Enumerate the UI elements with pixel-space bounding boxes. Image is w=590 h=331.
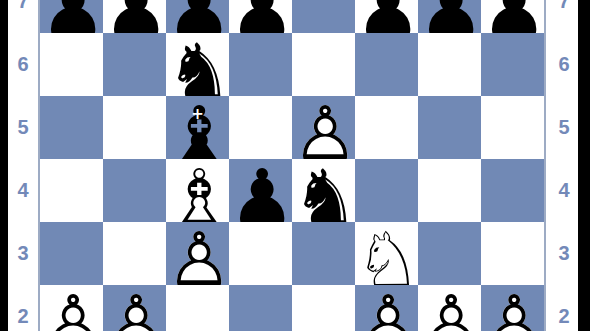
letterbox-bar-left: [0, 0, 8, 331]
black-knight-c6: ♞: [166, 33, 229, 96]
white-pawn-e5: ♟♙: [292, 96, 355, 159]
square-d5[interactable]: [229, 96, 292, 159]
rank-label-left-2: 2: [8, 285, 38, 331]
square-e5[interactable]: ♟♙: [292, 96, 355, 159]
square-a3[interactable]: [40, 222, 103, 285]
square-d2[interactable]: [229, 285, 292, 331]
square-a6[interactable]: [40, 33, 103, 96]
rank-label-left-3: 3: [8, 222, 38, 285]
square-f2[interactable]: ♟♙: [355, 285, 418, 331]
square-h3[interactable]: [481, 222, 544, 285]
rank-label-left-5: 5: [8, 96, 38, 159]
square-d4[interactable]: ♟: [229, 159, 292, 222]
white-pawn-c3: ♟♙: [166, 222, 229, 285]
square-f3[interactable]: ♞♘: [355, 222, 418, 285]
rank-label-right-7: 7: [550, 0, 578, 33]
square-g6[interactable]: [418, 33, 481, 96]
rank-label-right-6: 6: [550, 33, 578, 96]
square-g5[interactable]: [418, 96, 481, 159]
square-a5[interactable]: [40, 96, 103, 159]
square-h6[interactable]: [481, 33, 544, 96]
white-pawn-icon: ♙: [418, 285, 484, 331]
chess-diagram-area: ♟♟♟♟♟♟♟♞♝+♟♙♝♗♟♞♟♙♞♘♟♙♟♙♟♙♟♙♟♙ 765432 76…: [8, 0, 578, 331]
square-c4[interactable]: ♝♗: [166, 159, 229, 222]
white-pawn-f2: ♟♙: [355, 285, 418, 331]
square-e6[interactable]: [292, 33, 355, 96]
square-g2[interactable]: ♟♙: [418, 285, 481, 331]
square-b6[interactable]: [103, 33, 166, 96]
white-pawn-h2: ♟♙: [481, 285, 544, 331]
square-a2[interactable]: ♟♙: [40, 285, 103, 331]
square-g7[interactable]: ♟: [418, 0, 481, 33]
white-pawn-a2: ♟♙: [40, 285, 103, 331]
square-b3[interactable]: [103, 222, 166, 285]
rank-label-right-2: 2: [550, 285, 578, 331]
white-pawn-fill: ♟: [481, 285, 547, 331]
square-f4[interactable]: [355, 159, 418, 222]
square-d6[interactable]: [229, 33, 292, 96]
rank-label-left-7: 7: [8, 0, 38, 33]
white-pawn-icon: ♙: [355, 285, 421, 331]
square-c3[interactable]: ♟♙: [166, 222, 229, 285]
square-b7[interactable]: ♟: [103, 0, 166, 33]
black-pawn-h7: ♟: [481, 0, 544, 33]
square-c2[interactable]: [166, 285, 229, 331]
square-f5[interactable]: [355, 96, 418, 159]
square-b2[interactable]: ♟♙: [103, 285, 166, 331]
square-g3[interactable]: [418, 222, 481, 285]
square-g4[interactable]: [418, 159, 481, 222]
square-c7[interactable]: ♟: [166, 0, 229, 33]
square-h4[interactable]: [481, 159, 544, 222]
square-e2[interactable]: [292, 285, 355, 331]
black-pawn-g7: ♟: [418, 0, 481, 33]
square-f7[interactable]: ♟: [355, 0, 418, 33]
black-knight-e4: ♞: [292, 159, 355, 222]
rank-label-right-5: 5: [550, 96, 578, 159]
square-h7[interactable]: ♟: [481, 0, 544, 33]
square-h2[interactable]: ♟♙: [481, 285, 544, 331]
square-a7[interactable]: ♟: [40, 0, 103, 33]
rank-label-right-4: 4: [550, 159, 578, 222]
square-d7[interactable]: ♟: [229, 0, 292, 33]
white-knight-f3: ♞♘: [355, 222, 418, 285]
square-e4[interactable]: ♞: [292, 159, 355, 222]
chess-board: ♟♟♟♟♟♟♟♞♝+♟♙♝♗♟♞♟♙♞♘♟♙♟♙♟♙♟♙♟♙: [38, 0, 546, 331]
white-pawn-fill: ♟: [418, 285, 484, 331]
black-pawn-d4: ♟: [229, 159, 292, 222]
square-c5[interactable]: ♝+: [166, 96, 229, 159]
bishop-mitre-cross: +: [166, 107, 229, 122]
square-e3[interactable]: [292, 222, 355, 285]
white-bishop-c4: ♝♗: [166, 159, 229, 222]
white-pawn-g2: ♟♙: [418, 285, 481, 331]
square-f6[interactable]: [355, 33, 418, 96]
black-bishop-c5: ♝+: [166, 96, 229, 159]
black-pawn-d7: ♟: [229, 0, 292, 33]
white-pawn-icon: ♙: [481, 285, 547, 331]
square-b4[interactable]: [103, 159, 166, 222]
black-pawn-c7: ♟: [166, 0, 229, 33]
rank-label-left-6: 6: [8, 33, 38, 96]
black-pawn-a7: ♟: [40, 0, 103, 33]
square-c6[interactable]: ♞: [166, 33, 229, 96]
white-pawn-fill: ♟: [40, 285, 106, 331]
square-h5[interactable]: [481, 96, 544, 159]
white-pawn-b2: ♟♙: [103, 285, 166, 331]
black-pawn-f7: ♟: [355, 0, 418, 33]
square-a4[interactable]: [40, 159, 103, 222]
rank-label-left-4: 4: [8, 159, 38, 222]
white-pawn-fill: ♟: [103, 285, 169, 331]
square-d3[interactable]: [229, 222, 292, 285]
square-b5[interactable]: [103, 96, 166, 159]
white-pawn-icon: ♙: [103, 285, 169, 331]
letterbox-bar-right: [578, 0, 590, 331]
rank-label-right-3: 3: [550, 222, 578, 285]
black-pawn-b7: ♟: [103, 0, 166, 33]
white-pawn-fill: ♟: [355, 285, 421, 331]
white-pawn-icon: ♙: [40, 285, 106, 331]
square-e7[interactable]: [292, 0, 355, 33]
